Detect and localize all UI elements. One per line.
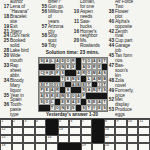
cell-number: 9 (117, 120, 119, 123)
cell-number: 10 (128, 120, 132, 123)
puzzle-cell: 11 (138, 119, 150, 127)
puzzle-cell (12, 127, 24, 135)
puzzle-cell (23, 127, 35, 135)
puzzle-cell: 18 (0, 143, 12, 150)
puzzle-cell (46, 143, 58, 150)
cell-number: 17 (105, 136, 109, 139)
puzzle-cell (138, 127, 150, 135)
cell-number: 11 (140, 120, 143, 123)
puzzle-black-cell (92, 119, 104, 127)
cell-number: 4 (36, 120, 38, 123)
puzzle-cell: 16 (46, 135, 58, 143)
puzzle-cell (35, 135, 47, 143)
puzzle-black-cell (92, 127, 104, 135)
puzzle-cell (138, 135, 150, 143)
cell-number: 8 (105, 120, 107, 123)
cell-number: 13 (59, 128, 63, 131)
puzzle-cell: 17 (104, 135, 116, 143)
puzzle-black-cell (46, 127, 58, 135)
yesterday-answer-grid: SALADORTOASTONESAGRECHEFSAROMASTENSLAMBS… (38, 57, 108, 112)
puzzle-black-cell (58, 143, 70, 150)
puzzle-cell (35, 143, 47, 150)
puzzle-cell: 5 (58, 119, 70, 127)
puzzle-cell: 3 (23, 119, 35, 127)
cell-number: 15 (2, 136, 6, 139)
puzzle-cell: 20 (104, 143, 116, 150)
clue-line: 59Tidy (39, 44, 70, 49)
puzzle-cell (58, 135, 70, 143)
clue-column-4: Air ForceTwo38Flowerplot40Alpha'sopposit… (106, 0, 150, 118)
clue-text: Rowlands (80, 44, 106, 49)
puzzle-cell: 10 (127, 119, 139, 127)
puzzle-cell (92, 143, 104, 150)
puzzle-cell: 1 (0, 119, 12, 127)
puzzle-cell (23, 135, 35, 143)
puzzle-cell (115, 127, 127, 135)
puzzle-cell (127, 143, 139, 150)
cell-number: 16 (48, 136, 52, 139)
clue-number (71, 44, 80, 49)
cell-number: 5 (59, 120, 61, 123)
puzzle-cell: 6 (69, 119, 81, 127)
clue-column-1: author17Lena of“Havana”18Braceletsite19E… (1, 0, 38, 118)
puzzle-cell (115, 143, 127, 150)
puzzle-cell (115, 135, 127, 143)
puzzle-cell (69, 135, 81, 143)
cell-number: 12 (2, 128, 6, 131)
clue-text: Tidy (48, 44, 70, 49)
cell-number: 7 (82, 120, 84, 123)
puzzle-black-cell (46, 119, 58, 127)
puzzle-cell (81, 127, 93, 135)
puzzle-cell: 9 (115, 119, 127, 127)
puzzle-cell (12, 135, 24, 143)
today-puzzle-grid: 1234567891011121314151617181920 (0, 118, 150, 150)
cell-number: 1 (2, 120, 4, 123)
puzzle-cell: 7 (81, 119, 93, 127)
clue-number: 59 (39, 44, 48, 49)
puzzle-cell (69, 127, 81, 135)
cell-number: 20 (105, 144, 109, 147)
clue-line: Rowlands (71, 44, 106, 49)
puzzle-cell (23, 143, 35, 150)
puzzle-cell: 19 (81, 143, 93, 150)
puzzle-cell (138, 143, 150, 150)
puzzle-cell: 2 (12, 119, 24, 127)
cell-number: 2 (13, 120, 15, 123)
yesterday-answer-caption: Yesterday's answer 1-20 (37, 112, 107, 117)
answer-letter-cell: S (102, 105, 107, 111)
puzzle-cell: 4 (35, 119, 47, 127)
puzzle-cell: 14 (104, 127, 116, 135)
puzzle-cell: 15 (0, 135, 12, 143)
puzzle-cell (127, 135, 139, 143)
clue-column-2: differ?”55Gun gp.56Millionsofyears57Ariz… (39, 0, 70, 49)
puzzle-cell (12, 143, 24, 150)
crossword-page: author17Lena of“Havana”18Braceletsite19E… (0, 0, 150, 150)
puzzle-cell: 8 (104, 119, 116, 127)
puzzle-cell (127, 127, 139, 135)
cell-number: 3 (25, 120, 27, 123)
cell-number: 14 (105, 128, 109, 131)
puzzle-cell: 13 (58, 127, 70, 135)
solution-time-label: Solution time: 23 mins. (39, 50, 106, 55)
puzzle-cell (35, 127, 47, 135)
cell-number: 19 (82, 144, 86, 147)
clue-column-3: Loman,for one10Aspenneeds11Saw-bucks16Ho… (71, 0, 106, 49)
cell-number: 18 (2, 144, 6, 147)
cell-number: 6 (71, 120, 73, 123)
puzzle-black-cell (69, 143, 81, 150)
puzzle-cell (81, 135, 93, 143)
puzzle-cell: 12 (0, 127, 12, 135)
puzzle-black-cell (92, 135, 104, 143)
